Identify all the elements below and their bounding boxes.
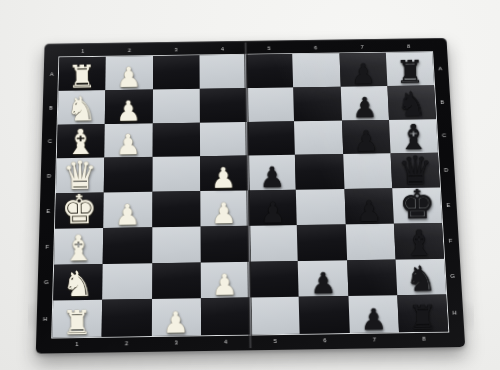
coordinate-label-right-A: A — [434, 52, 446, 85]
chess-board: ABCDEFGH ABCDEFGH 12345678 12345678 ♜♟♟♜… — [36, 38, 465, 354]
square-a1[interactable]: ♜ — [59, 57, 106, 91]
coordinate-label-right-C: C — [438, 119, 451, 153]
square-c5[interactable] — [247, 121, 295, 156]
coordinate-label-top-7: 7 — [339, 42, 386, 51]
square-a4[interactable] — [199, 55, 246, 89]
piece-white-rook-a1[interactable]: ♜ — [67, 60, 96, 92]
square-b5[interactable] — [246, 87, 294, 121]
square-g7[interactable] — [347, 259, 397, 296]
coordinate-label-top-4: 4 — [199, 44, 246, 53]
coordinate-label-left-F: F — [41, 229, 53, 265]
coordinate-label-right-E: E — [442, 187, 455, 222]
square-g3[interactable] — [152, 262, 201, 299]
square-b6[interactable] — [293, 87, 341, 121]
square-g6[interactable]: ♟ — [298, 260, 348, 297]
square-a8[interactable]: ♜ — [386, 52, 434, 86]
piece-white-pawn-d4[interactable]: ♟ — [211, 164, 237, 193]
piece-black-bishop-f8[interactable]: ♝ — [403, 225, 435, 261]
square-f4[interactable] — [200, 226, 249, 262]
piece-white-pawn-c2[interactable]: ♟ — [115, 131, 141, 159]
coordinate-label-left-B: B — [45, 91, 56, 125]
piece-black-pawn-e5[interactable]: ♟ — [260, 198, 286, 227]
square-h4[interactable] — [201, 298, 251, 336]
square-a6[interactable] — [292, 53, 340, 87]
coordinate-label-left-G: G — [40, 264, 52, 301]
piece-white-knight-g1[interactable]: ♞ — [62, 267, 94, 302]
square-f7[interactable] — [345, 223, 395, 259]
square-b1[interactable]: ♞ — [58, 90, 106, 124]
square-h6[interactable] — [299, 296, 349, 334]
square-f3[interactable] — [152, 226, 201, 262]
coordinate-label-right-H: H — [448, 294, 461, 331]
coordinate-label-top-1: 1 — [59, 46, 106, 55]
coordinate-label-left-C: C — [44, 124, 56, 158]
square-h3[interactable]: ♟ — [151, 298, 201, 336]
piece-white-pawn-b2[interactable]: ♟ — [116, 97, 141, 125]
square-b3[interactable] — [152, 89, 199, 123]
square-f2[interactable] — [103, 227, 152, 264]
square-e5[interactable]: ♟ — [248, 190, 297, 226]
square-b4[interactable] — [199, 88, 246, 122]
piece-black-pawn-c7[interactable]: ♟ — [354, 128, 380, 156]
coordinate-label-left-A: A — [46, 57, 57, 90]
square-e4[interactable]: ♟ — [200, 190, 249, 226]
piece-black-king-e8[interactable]: ♚ — [399, 184, 436, 225]
piece-black-pawn-g6[interactable]: ♟ — [310, 269, 336, 298]
piece-white-bishop-f1[interactable]: ♝ — [62, 230, 95, 266]
square-e1[interactable]: ♚ — [55, 193, 104, 229]
coordinate-label-left-D: D — [43, 159, 55, 194]
square-f1[interactable]: ♝ — [54, 228, 103, 265]
piece-white-king-e1[interactable]: ♚ — [61, 189, 98, 230]
square-b7[interactable]: ♟ — [340, 86, 388, 120]
square-a7[interactable]: ♟ — [339, 53, 387, 87]
square-a3[interactable] — [152, 55, 199, 89]
coordinate-label-left-E: E — [42, 193, 54, 228]
coordinate-label-bottom-1: 1 — [52, 339, 102, 350]
piece-white-rook-h1[interactable]: ♜ — [62, 306, 92, 340]
coordinate-label-right-D: D — [440, 153, 453, 188]
square-a5[interactable] — [246, 54, 293, 88]
square-h7[interactable]: ♟ — [348, 295, 399, 333]
piece-black-pawn-a7[interactable]: ♟ — [351, 60, 376, 88]
square-h8[interactable]: ♜ — [397, 295, 448, 333]
square-a2[interactable]: ♟ — [106, 56, 153, 90]
piece-black-knight-g8[interactable]: ♞ — [405, 262, 437, 297]
coordinate-label-bottom-8: 8 — [399, 333, 449, 344]
square-e8[interactable]: ♚ — [392, 188, 442, 224]
piece-white-pawn-g4[interactable]: ♟ — [212, 271, 238, 300]
square-e3[interactable] — [152, 191, 200, 227]
coordinate-label-right-G: G — [446, 258, 459, 294]
square-g5[interactable] — [249, 261, 299, 298]
square-h2[interactable] — [102, 299, 152, 337]
square-c6[interactable] — [294, 120, 343, 155]
piece-black-pawn-d5[interactable]: ♟ — [259, 163, 285, 192]
square-h5[interactable] — [250, 297, 300, 335]
piece-black-pawn-b7[interactable]: ♟ — [352, 94, 377, 122]
square-e2[interactable]: ♟ — [103, 192, 152, 228]
piece-white-pawn-e2[interactable]: ♟ — [114, 201, 140, 230]
square-b2[interactable]: ♟ — [105, 89, 152, 123]
square-c4[interactable] — [200, 122, 248, 157]
square-g2[interactable] — [102, 263, 151, 300]
piece-white-pawn-a2[interactable]: ♟ — [116, 64, 141, 92]
coordinate-label-right-F: F — [444, 223, 457, 259]
coordinate-label-bottom-3: 3 — [151, 337, 201, 348]
coordinate-label-left-H: H — [39, 301, 51, 338]
coordinate-label-top-6: 6 — [292, 43, 339, 52]
piece-black-pawn-h7[interactable]: ♟ — [361, 305, 388, 335]
square-d5[interactable]: ♟ — [247, 155, 296, 190]
square-d4[interactable]: ♟ — [200, 156, 248, 191]
coordinate-label-top-2: 2 — [106, 46, 153, 55]
square-c7[interactable]: ♟ — [341, 119, 390, 154]
square-f6[interactable] — [297, 224, 347, 260]
square-d2[interactable] — [104, 157, 152, 192]
square-h1[interactable]: ♜ — [52, 300, 102, 338]
square-b8[interactable]: ♞ — [387, 85, 436, 119]
square-f5[interactable] — [249, 225, 298, 261]
square-f8[interactable]: ♝ — [394, 223, 444, 259]
square-d6[interactable] — [295, 154, 344, 189]
photo-backdrop: ABCDEFGH ABCDEFGH 12345678 12345678 ♜♟♟♜… — [0, 0, 500, 370]
square-e6[interactable] — [296, 189, 345, 225]
coordinate-label-top-3: 3 — [153, 45, 200, 54]
coordinate-label-bottom-4: 4 — [201, 336, 251, 347]
board-squares: ♜♟♟♜♞♟♟♞♝♟♟♝♛♟♟♛♚♟♟♟♟♚♝♝♞♟♟♞♜♟♟♜ — [52, 52, 448, 338]
coordinate-label-bottom-5: 5 — [250, 336, 300, 347]
square-c3[interactable] — [152, 122, 200, 157]
board-frame: ABCDEFGH ABCDEFGH 12345678 12345678 ♜♟♟♜… — [36, 38, 465, 354]
square-d3[interactable] — [152, 156, 200, 191]
coordinate-label-right-B: B — [436, 85, 448, 119]
square-g4[interactable]: ♟ — [200, 261, 249, 298]
coordinate-label-top-8: 8 — [385, 42, 432, 51]
square-d7[interactable] — [343, 154, 392, 189]
piece-black-rook-a8[interactable]: ♜ — [396, 56, 425, 88]
square-g1[interactable]: ♞ — [53, 264, 103, 301]
piece-black-rook-h8[interactable]: ♜ — [408, 300, 438, 334]
coordinate-label-bottom-7: 7 — [349, 334, 399, 345]
coordinate-label-bottom-6: 6 — [300, 335, 350, 346]
square-c2[interactable]: ♟ — [105, 123, 153, 158]
square-g8[interactable]: ♞ — [395, 258, 446, 295]
piece-white-pawn-e4[interactable]: ♟ — [211, 199, 237, 228]
square-e7[interactable]: ♟ — [344, 188, 394, 224]
piece-black-pawn-e7[interactable]: ♟ — [356, 197, 382, 226]
coordinate-label-top-5: 5 — [246, 44, 293, 53]
piece-white-pawn-h3[interactable]: ♟ — [163, 308, 190, 338]
coordinate-label-bottom-2: 2 — [102, 338, 152, 349]
